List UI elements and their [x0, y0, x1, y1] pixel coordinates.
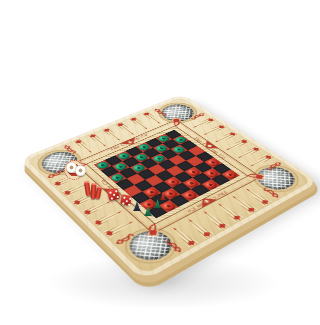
die[interactable]	[120, 194, 132, 206]
backgammon-point	[100, 127, 126, 143]
backgammon-point	[222, 138, 251, 154]
white-carrom-ring[interactable]	[75, 165, 86, 176]
backgammon-point	[86, 132, 112, 149]
game-board: The Carrom Co. The Carrom Co. The Carrom…	[19, 94, 320, 281]
backgammon-point	[127, 116, 152, 132]
backgammon-point	[210, 130, 239, 145]
backgammon-point	[114, 121, 140, 137]
backgammon-point	[233, 145, 263, 161]
backgammon-point	[199, 123, 228, 138]
product-photo: The Carrom Co. The Carrom Co. The Carrom…	[0, 0, 320, 325]
